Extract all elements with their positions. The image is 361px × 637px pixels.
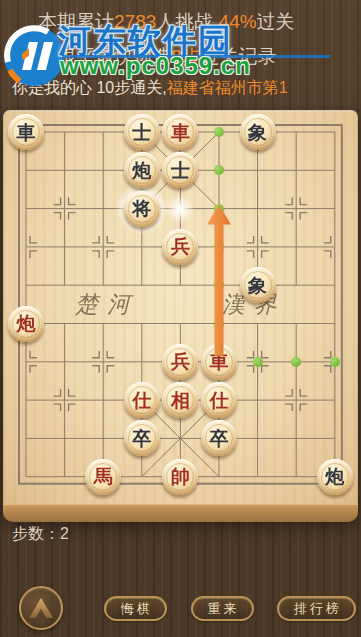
stats-line-player: 你是我的心 10步通关,福建省福州市第1 xyxy=(12,78,288,99)
piece-red-炮[interactable]: 炮 xyxy=(8,306,44,342)
move-hint-dot[interactable] xyxy=(330,357,340,367)
highlight-point-glow xyxy=(165,194,195,224)
xiangqi-app-screen: 本期累计2783人挑战,44%过关 赵根平最快创造8步过关记录 你是我的心 10… xyxy=(0,0,361,637)
piece-glyph: 士 xyxy=(171,161,190,180)
piece-glyph: 象 xyxy=(248,123,267,142)
piece-glyph: 車 xyxy=(210,352,229,371)
piece-glyph: 卒 xyxy=(132,429,151,448)
piece-red-車[interactable]: 車 xyxy=(201,344,237,380)
stats-text: 人挑战, xyxy=(156,11,218,32)
piece-black-将[interactable]: 将 xyxy=(124,191,160,227)
piece-glyph: 士 xyxy=(132,123,151,142)
piece-glyph: 卒 xyxy=(210,429,229,448)
piece-glyph: 車 xyxy=(171,123,190,142)
player-result-text: 你是我的心 10步通关, xyxy=(12,79,167,96)
stats-percent: 44% xyxy=(219,11,257,32)
move-hint-dot[interactable] xyxy=(214,242,224,252)
stats-text: 过关 xyxy=(257,11,295,32)
piece-glyph: 炮 xyxy=(17,314,36,333)
leaderboard-button[interactable]: 排行榜 xyxy=(277,596,356,621)
piece-glyph: 相 xyxy=(171,391,190,410)
piece-glyph: 将 xyxy=(132,199,151,218)
piece-glyph: 馬 xyxy=(94,467,113,486)
action-button-row: 悔棋 重来 排行榜 xyxy=(104,596,356,621)
move-hint-dot[interactable] xyxy=(214,127,224,137)
piece-glyph: 仕 xyxy=(210,391,229,410)
stats-line-challengers: 本期累计2783人挑战,44%过关 xyxy=(38,9,295,35)
piece-glyph: 兵 xyxy=(171,237,190,256)
move-hint-dot[interactable] xyxy=(214,204,224,214)
stats-text: 本期累计 xyxy=(38,11,114,32)
piece-red-馬[interactable]: 馬 xyxy=(85,459,121,495)
piece-glyph: 炮 xyxy=(325,467,344,486)
restart-button[interactable]: 重来 xyxy=(191,596,254,621)
move-hint-dot[interactable] xyxy=(214,319,224,329)
record-steps: 8步 xyxy=(171,46,201,67)
xiangqi-board[interactable]: 楚河 漢界 車士車象炮士将兵象炮兵車仕相仕卒卒馬帥炮 xyxy=(3,110,358,522)
piece-glyph: 炮 xyxy=(132,161,151,180)
piece-black-炮[interactable]: 炮 xyxy=(317,459,353,495)
move-hint-dot[interactable] xyxy=(253,357,263,367)
piece-black-士[interactable]: 士 xyxy=(124,114,160,150)
piece-glyph: 帥 xyxy=(171,467,190,486)
up-chevron-icon xyxy=(28,597,54,619)
piece-black-車[interactable]: 車 xyxy=(8,114,44,150)
piece-glyph: 象 xyxy=(248,276,267,295)
undo-button[interactable]: 悔棋 xyxy=(104,596,167,621)
board-bevel-edge xyxy=(3,504,358,522)
piece-black-象[interactable]: 象 xyxy=(240,267,276,303)
piece-glyph: 仕 xyxy=(132,391,151,410)
piece-black-卒[interactable]: 卒 xyxy=(124,420,160,456)
piece-glyph: 兵 xyxy=(171,352,190,371)
river-label-left: 楚河 xyxy=(75,289,139,320)
move-hint-dot[interactable] xyxy=(291,357,301,367)
stats-count: 2783 xyxy=(114,11,156,32)
record-text: 过关记录 xyxy=(201,46,277,67)
player-location: 福建省福州市第1 xyxy=(167,79,288,96)
piece-glyph: 車 xyxy=(17,123,36,142)
record-text: 赵根平最快创造 xyxy=(38,46,171,67)
piece-red-帥[interactable]: 帥 xyxy=(162,459,198,495)
step-counter: 步数：2 xyxy=(12,524,69,545)
board-surface[interactable]: 楚河 漢界 車士車象炮士将兵象炮兵車仕相仕卒卒馬帥炮 xyxy=(3,110,358,506)
expand-menu-button[interactable] xyxy=(19,586,63,630)
piece-red-仕[interactable]: 仕 xyxy=(124,382,160,418)
stats-line-record: 赵根平最快创造8步过关记录 xyxy=(38,44,277,70)
piece-black-炮[interactable]: 炮 xyxy=(124,152,160,188)
piece-red-兵[interactable]: 兵 xyxy=(162,344,198,380)
piece-black-象[interactable]: 象 xyxy=(240,114,276,150)
piece-red-仕[interactable]: 仕 xyxy=(201,382,237,418)
